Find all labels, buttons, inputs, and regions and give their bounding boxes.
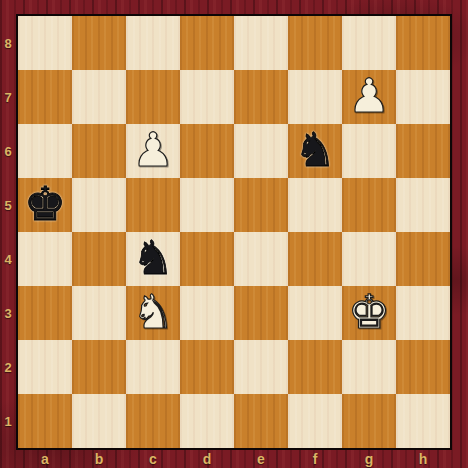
square-d1[interactable] (180, 394, 234, 448)
square-e8[interactable] (234, 16, 288, 70)
square-e5[interactable] (234, 178, 288, 232)
square-d6[interactable] (180, 124, 234, 178)
square-c6[interactable]: ♟ (126, 124, 180, 178)
square-b5[interactable] (72, 178, 126, 232)
square-h1[interactable] (396, 394, 450, 448)
square-d5[interactable] (180, 178, 234, 232)
square-d8[interactable] (180, 16, 234, 70)
rank-label-7: 7 (0, 70, 16, 124)
rank-label-4: 4 (0, 232, 16, 286)
square-e4[interactable] (234, 232, 288, 286)
square-a5[interactable]: ♚ (18, 178, 72, 232)
file-label-f: f (288, 450, 342, 468)
square-f6[interactable]: ♞ (288, 124, 342, 178)
square-b2[interactable] (72, 340, 126, 394)
square-e7[interactable] (234, 70, 288, 124)
square-g8[interactable] (342, 16, 396, 70)
square-f2[interactable] (288, 340, 342, 394)
square-f3[interactable] (288, 286, 342, 340)
square-e6[interactable] (234, 124, 288, 178)
black-knight[interactable]: ♞ (132, 234, 174, 281)
square-a6[interactable] (18, 124, 72, 178)
square-h5[interactable] (396, 178, 450, 232)
square-d2[interactable] (180, 340, 234, 394)
square-a3[interactable] (18, 286, 72, 340)
square-c7[interactable] (126, 70, 180, 124)
square-g1[interactable] (342, 394, 396, 448)
square-g3[interactable]: ♚ (342, 286, 396, 340)
square-b7[interactable] (72, 70, 126, 124)
white-pawn[interactable]: ♟ (132, 126, 174, 173)
rank-label-5: 5 (0, 178, 16, 232)
square-g2[interactable] (342, 340, 396, 394)
square-f8[interactable] (288, 16, 342, 70)
square-e3[interactable] (234, 286, 288, 340)
square-e2[interactable] (234, 340, 288, 394)
rank-label-1: 1 (0, 394, 16, 448)
square-f1[interactable] (288, 394, 342, 448)
square-a2[interactable] (18, 340, 72, 394)
square-h4[interactable] (396, 232, 450, 286)
square-a7[interactable] (18, 70, 72, 124)
chess-app-window: 87654321 abcdefgh ♟♟♞♚♞♞♚ (0, 0, 468, 468)
white-king[interactable]: ♚ (348, 288, 390, 335)
file-label-h: h (396, 450, 450, 468)
chess-board: ♟♟♞♚♞♞♚ (18, 16, 450, 448)
square-d3[interactable] (180, 286, 234, 340)
square-e1[interactable] (234, 394, 288, 448)
square-h6[interactable] (396, 124, 450, 178)
square-a8[interactable] (18, 16, 72, 70)
square-f4[interactable] (288, 232, 342, 286)
square-g7[interactable]: ♟ (342, 70, 396, 124)
rank-label-3: 3 (0, 286, 16, 340)
square-b4[interactable] (72, 232, 126, 286)
square-g5[interactable] (342, 178, 396, 232)
square-c1[interactable] (126, 394, 180, 448)
black-knight[interactable]: ♞ (294, 126, 336, 173)
file-label-d: d (180, 450, 234, 468)
square-h8[interactable] (396, 16, 450, 70)
square-d7[interactable] (180, 70, 234, 124)
square-c4[interactable]: ♞ (126, 232, 180, 286)
rank-label-6: 6 (0, 124, 16, 178)
rank-label-2: 2 (0, 340, 16, 394)
square-b3[interactable] (72, 286, 126, 340)
square-h7[interactable] (396, 70, 450, 124)
square-g4[interactable] (342, 232, 396, 286)
square-c8[interactable] (126, 16, 180, 70)
square-c5[interactable] (126, 178, 180, 232)
white-knight[interactable]: ♞ (132, 288, 174, 335)
square-c3[interactable]: ♞ (126, 286, 180, 340)
file-label-g: g (342, 450, 396, 468)
white-pawn[interactable]: ♟ (348, 72, 390, 119)
square-h3[interactable] (396, 286, 450, 340)
rank-labels: 87654321 (0, 16, 16, 448)
square-c2[interactable] (126, 340, 180, 394)
file-label-b: b (72, 450, 126, 468)
square-a4[interactable] (18, 232, 72, 286)
square-f7[interactable] (288, 70, 342, 124)
square-a1[interactable] (18, 394, 72, 448)
square-f5[interactable] (288, 178, 342, 232)
black-king[interactable]: ♚ (24, 180, 66, 227)
file-label-c: c (126, 450, 180, 468)
square-h2[interactable] (396, 340, 450, 394)
rank-label-8: 8 (0, 16, 16, 70)
square-b1[interactable] (72, 394, 126, 448)
square-d4[interactable] (180, 232, 234, 286)
file-labels: abcdefgh (18, 450, 450, 468)
square-g6[interactable] (342, 124, 396, 178)
square-b6[interactable] (72, 124, 126, 178)
file-label-e: e (234, 450, 288, 468)
board-frame: ♟♟♞♚♞♞♚ (16, 14, 452, 450)
file-label-a: a (18, 450, 72, 468)
square-b8[interactable] (72, 16, 126, 70)
